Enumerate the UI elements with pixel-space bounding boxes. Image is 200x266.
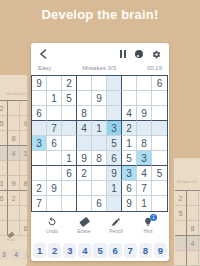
- cell-r8c6[interactable]: 1: [107, 181, 122, 196]
- cell-r4c7[interactable]: 2: [122, 121, 137, 136]
- status-bar: Easy Mistakes 0/3 00:19: [31, 65, 169, 71]
- cell-r1c9[interactable]: 6: [152, 76, 167, 91]
- peek-cell: [187, 191, 199, 206]
- cell-r2c5[interactable]: 9: [92, 91, 107, 106]
- peek-cell: [8, 101, 20, 116]
- carousel-peek-right: Mistakes 0/3 259841198: [174, 158, 200, 266]
- peek-cell: 5: [175, 206, 187, 221]
- cell-r4c3[interactable]: [62, 121, 77, 136]
- back-chevron-icon: [39, 49, 47, 59]
- peek-cell: 2: [0, 101, 8, 116]
- peek-cell: 1: [199, 236, 200, 251]
- cell-r5c1[interactable]: 3: [32, 136, 47, 151]
- peek-cell: 4: [187, 236, 199, 251]
- cell-r7c6[interactable]: 9: [107, 166, 122, 181]
- cell-r6c7[interactable]: 5: [122, 151, 137, 166]
- peek-numpad-key-5: 5: [23, 249, 27, 260]
- undo-icon: [47, 217, 57, 227]
- cell-r4c2[interactable]: 7: [47, 121, 62, 136]
- cell-r4c8[interactable]: [137, 121, 152, 136]
- cell-r8c2[interactable]: 9: [47, 181, 62, 196]
- cell-r7c3[interactable]: 6: [62, 166, 77, 181]
- erase-label: Erase: [77, 228, 90, 234]
- cell-r8c9[interactable]: [152, 181, 167, 196]
- numpad-key-4[interactable]: 4: [78, 243, 91, 258]
- peek-left-erase-label: Erase: [7, 238, 15, 242]
- carousel-peek-left: Mistakes 0/3 259841198626 Erase 345: [0, 75, 27, 266]
- cell-r6c2[interactable]: [47, 151, 62, 166]
- gear-icon: [152, 50, 161, 59]
- cell-r2c1[interactable]: [32, 91, 47, 106]
- cell-r2c2[interactable]: 1: [47, 91, 62, 106]
- numpad-key-3[interactable]: 3: [63, 243, 76, 258]
- theme-icon[interactable]: [135, 50, 143, 58]
- cell-r1c5[interactable]: [92, 76, 107, 91]
- cell-r8c8[interactable]: 7: [137, 181, 152, 196]
- cell-r5c5[interactable]: [92, 136, 107, 151]
- peek-cell: [199, 191, 200, 206]
- cell-r3c1[interactable]: 6: [32, 106, 47, 121]
- peek-cell: 1: [0, 176, 8, 191]
- numpad-key-5[interactable]: 5: [93, 243, 106, 258]
- peek-cell: 5: [0, 116, 8, 131]
- peek-cell: [0, 161, 8, 176]
- cell-r5c3[interactable]: [62, 136, 77, 151]
- cell-r3c4[interactable]: 8: [77, 106, 92, 121]
- numpad-key-9[interactable]: 9: [154, 243, 167, 258]
- cell-r3c9[interactable]: [152, 106, 167, 121]
- cell-r1c8[interactable]: [137, 76, 152, 91]
- cell-r5c2[interactable]: 6: [47, 136, 62, 151]
- cell-r2c7[interactable]: [122, 91, 137, 106]
- cell-r2c9[interactable]: [152, 91, 167, 106]
- cell-r1c3[interactable]: 2: [62, 76, 77, 91]
- cell-r7c7[interactable]: 3: [122, 166, 137, 181]
- cell-r7c8[interactable]: 4: [137, 166, 152, 181]
- sudoku-board: 9261596849741323651819865362934529167769…: [31, 75, 168, 212]
- cell-r6c9[interactable]: [152, 151, 167, 166]
- app-screen: Develop the brain! Mistakes 0/3 25984119…: [0, 0, 200, 266]
- back-button[interactable]: [39, 45, 47, 63]
- peek-cell: [20, 206, 27, 221]
- peek-cell: [20, 131, 27, 146]
- cell-r3c6[interactable]: [107, 106, 122, 121]
- peek-cell: 9: [8, 176, 20, 191]
- peek-left-numpad: 345: [0, 249, 27, 260]
- peek-cell: 9: [20, 116, 27, 131]
- cell-r3c5[interactable]: [92, 106, 107, 121]
- cell-r3c3[interactable]: [62, 106, 77, 121]
- hint-button[interactable]: 1 Hint: [138, 216, 158, 234]
- peek-cell: [8, 161, 20, 176]
- cell-r5c8[interactable]: 8: [137, 136, 152, 151]
- cell-r3c8[interactable]: 9: [137, 106, 152, 121]
- peek-cell: 8: [20, 176, 27, 191]
- peek-cell: [8, 116, 20, 131]
- controls-bar: Undo Erase Pencil 1 Hint: [31, 216, 169, 234]
- peek-cell: [175, 236, 187, 251]
- cell-r2c4[interactable]: [77, 91, 92, 106]
- erase-button[interactable]: Erase: [74, 216, 94, 234]
- cell-r4c1[interactable]: [32, 121, 47, 136]
- peek-cell: 8: [187, 221, 199, 236]
- numpad-key-8[interactable]: 8: [139, 243, 152, 258]
- cell-r9c9[interactable]: [152, 196, 167, 211]
- cell-r6c1[interactable]: [32, 151, 47, 166]
- peek-cell: 6: [0, 191, 8, 206]
- cell-r8c1[interactable]: 2: [32, 181, 47, 196]
- peek-numpad-key-4: 4: [11, 249, 21, 260]
- peek-right-status: Mistakes 0/3: [177, 180, 197, 184]
- cell-r7c9[interactable]: 5: [152, 166, 167, 181]
- hint-label: Hint: [144, 228, 153, 234]
- peek-cell: 6: [20, 221, 27, 236]
- carousel-title: Develop the brain!: [0, 7, 200, 22]
- peek-left-erase-button: Erase: [7, 233, 15, 242]
- cell-r5c4[interactable]: [77, 136, 92, 151]
- cell-r7c4[interactable]: 2: [77, 166, 92, 181]
- cell-r4c9[interactable]: [152, 121, 167, 136]
- cell-r7c2[interactable]: [47, 166, 62, 181]
- cell-r2c3[interactable]: 5: [62, 91, 77, 106]
- eraser-icon: [79, 217, 89, 227]
- pencil-button[interactable]: Pencil: [106, 216, 126, 234]
- peek-cell: 9: [199, 206, 200, 221]
- peek-cell: 2: [175, 191, 187, 206]
- peek-cell: [187, 206, 199, 221]
- undo-button[interactable]: Undo: [42, 216, 62, 234]
- peek-cell: [0, 131, 8, 146]
- difficulty-label: Easy: [38, 65, 51, 71]
- numpad-key-6[interactable]: 6: [108, 243, 121, 258]
- cell-r4c6[interactable]: 3: [107, 121, 122, 136]
- cell-r6c4[interactable]: 9: [77, 151, 92, 166]
- peek-cell: 8: [8, 131, 20, 146]
- peek-cell: [175, 221, 187, 236]
- cell-r6c8[interactable]: 3: [137, 151, 152, 166]
- numpad-key-2[interactable]: 2: [48, 243, 61, 258]
- cell-r6c3[interactable]: 1: [62, 151, 77, 166]
- cell-r6c6[interactable]: 6: [107, 151, 122, 166]
- cell-r4c5[interactable]: 1: [92, 121, 107, 136]
- cell-r9c3[interactable]: [62, 196, 77, 211]
- mistakes-label: Mistakes 0/3: [82, 65, 116, 71]
- cell-r6c5[interactable]: 8: [92, 151, 107, 166]
- cell-r3c7[interactable]: 4: [122, 106, 137, 121]
- peek-cell: [20, 161, 27, 176]
- peek-left-grid: 259841198626: [0, 100, 27, 236]
- cell-r1c7[interactable]: [122, 76, 137, 91]
- pause-button[interactable]: [120, 50, 126, 58]
- cell-r4c4[interactable]: 4: [77, 121, 92, 136]
- cell-r1c2[interactable]: [47, 76, 62, 91]
- cell-r9c7[interactable]: 9: [122, 196, 137, 211]
- timer-label: 00:19: [147, 65, 162, 71]
- hint-badge: 1: [150, 214, 157, 221]
- cell-r9c5[interactable]: 6: [92, 196, 107, 211]
- cell-r3c2[interactable]: [47, 106, 62, 121]
- cell-r8c3[interactable]: [62, 181, 77, 196]
- peek-cell: [199, 251, 200, 266]
- game-card: Easy Mistakes 0/3 00:19 9261596849741323…: [31, 43, 169, 261]
- peek-cell: [20, 101, 27, 116]
- peek-right-grid: 259841198: [175, 190, 200, 266]
- numpad: 123456789: [33, 243, 167, 258]
- cell-r7c5[interactable]: [92, 166, 107, 181]
- numpad-key-7[interactable]: 7: [124, 243, 137, 258]
- cell-r9c2[interactable]: [47, 196, 62, 211]
- cell-r2c6[interactable]: [107, 91, 122, 106]
- peek-cell: 1: [20, 146, 27, 161]
- cell-r5c9[interactable]: [152, 136, 167, 151]
- cell-r1c4[interactable]: [77, 76, 92, 91]
- pencil-label: Pencil: [109, 228, 123, 234]
- cell-r9c8[interactable]: 1: [137, 196, 152, 211]
- cell-r7c1[interactable]: [32, 166, 47, 181]
- peek-cell: [0, 206, 8, 221]
- pencil-icon: [111, 217, 121, 227]
- cell-r9c1[interactable]: 7: [32, 196, 47, 211]
- peek-cell: [175, 251, 187, 266]
- peek-numpad-key-3: 3: [0, 249, 9, 260]
- cell-r1c1[interactable]: 9: [32, 76, 47, 91]
- numpad-key-1[interactable]: 1: [33, 243, 46, 258]
- peek-cell: [199, 221, 200, 236]
- cell-r8c7[interactable]: 6: [122, 181, 137, 196]
- peek-cell: 4: [8, 146, 20, 161]
- peek-cell: [187, 251, 199, 266]
- peek-cell: [0, 146, 8, 161]
- peek-cell: [20, 191, 27, 206]
- undo-label: Undo: [46, 228, 58, 234]
- cell-r5c6[interactable]: 5: [107, 136, 122, 151]
- settings-button[interactable]: [152, 45, 161, 63]
- cell-r2c8[interactable]: [137, 91, 152, 106]
- top-toolbar: [31, 43, 169, 61]
- cell-r9c6[interactable]: [107, 196, 122, 211]
- peek-cell: [8, 206, 20, 221]
- peek-left-status: Mistakes 0/3: [6, 92, 26, 96]
- cell-r9c4[interactable]: [77, 196, 92, 211]
- cell-r8c4[interactable]: [77, 181, 92, 196]
- cell-r1c6[interactable]: [107, 76, 122, 91]
- peek-cell: 2: [8, 191, 20, 206]
- cell-r5c7[interactable]: 1: [122, 136, 137, 151]
- cell-r8c5[interactable]: [92, 181, 107, 196]
